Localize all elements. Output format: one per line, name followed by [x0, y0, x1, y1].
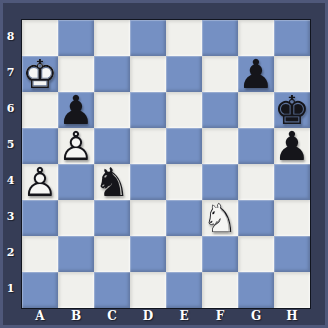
square-g4[interactable]	[238, 164, 274, 200]
rank-label-5: 5	[2, 127, 19, 163]
square-d3[interactable]	[130, 200, 166, 236]
square-c1[interactable]	[94, 272, 130, 308]
file-label-e: E	[166, 309, 202, 323]
file-label-c: C	[94, 309, 130, 323]
square-d7[interactable]	[130, 56, 166, 92]
black-pawn[interactable]: ♟	[238, 56, 274, 92]
square-e2[interactable]	[166, 236, 202, 272]
square-g7[interactable]: ♟	[238, 56, 274, 92]
square-f6[interactable]	[202, 92, 238, 128]
square-d1[interactable]	[130, 272, 166, 308]
square-g3[interactable]	[238, 200, 274, 236]
square-a3[interactable]	[22, 200, 58, 236]
square-a4[interactable]: ♟♙	[22, 164, 58, 200]
square-c3[interactable]	[94, 200, 130, 236]
black-knight-glyph: ♞	[94, 164, 130, 200]
square-b4[interactable]	[58, 164, 94, 200]
black-knight[interactable]: ♞	[94, 164, 130, 200]
white-pawn[interactable]: ♟♙	[22, 164, 58, 200]
square-e7[interactable]	[166, 56, 202, 92]
square-a6[interactable]	[22, 92, 58, 128]
square-f5[interactable]	[202, 128, 238, 164]
square-g1[interactable]	[238, 272, 274, 308]
file-label-b: B	[58, 309, 94, 323]
white-pawn-outline-glyph: ♙	[22, 164, 58, 200]
file-label-d: D	[130, 309, 166, 323]
square-h3[interactable]	[274, 200, 310, 236]
square-g2[interactable]	[238, 236, 274, 272]
file-label-g: G	[238, 309, 274, 323]
square-b2[interactable]	[58, 236, 94, 272]
square-b3[interactable]	[58, 200, 94, 236]
square-g6[interactable]	[238, 92, 274, 128]
square-e3[interactable]	[166, 200, 202, 236]
square-d6[interactable]	[130, 92, 166, 128]
white-king-outline-glyph: ♔	[22, 56, 58, 92]
square-d4[interactable]	[130, 164, 166, 200]
chess-board-frame: 87654321 ♚♔♟♟♚♟♙♟♟♙♞♞♘ ABCDEFGH	[0, 0, 328, 328]
square-c8[interactable]	[94, 20, 130, 56]
rank-label-8: 8	[2, 19, 19, 55]
square-h1[interactable]	[274, 272, 310, 308]
white-knight-outline-glyph: ♘	[202, 200, 238, 236]
square-f8[interactable]	[202, 20, 238, 56]
square-h8[interactable]	[274, 20, 310, 56]
rank-label-1: 1	[2, 271, 19, 307]
rank-label-6: 6	[2, 91, 19, 127]
square-d2[interactable]	[130, 236, 166, 272]
file-label-h: H	[274, 309, 310, 323]
square-b1[interactable]	[58, 272, 94, 308]
square-h2[interactable]	[274, 236, 310, 272]
square-f7[interactable]	[202, 56, 238, 92]
square-a1[interactable]	[22, 272, 58, 308]
square-b5[interactable]: ♟♙	[58, 128, 94, 164]
square-e1[interactable]	[166, 272, 202, 308]
white-knight[interactable]: ♞♘	[202, 200, 238, 236]
square-e4[interactable]	[166, 164, 202, 200]
white-king[interactable]: ♚♔	[22, 56, 58, 92]
board: ♚♔♟♟♚♟♙♟♟♙♞♞♘	[22, 20, 310, 308]
square-d5[interactable]	[130, 128, 166, 164]
square-d8[interactable]	[130, 20, 166, 56]
square-f3[interactable]: ♞♘	[202, 200, 238, 236]
white-pawn-outline-glyph: ♙	[58, 128, 94, 164]
square-e6[interactable]	[166, 92, 202, 128]
file-label-a: A	[22, 309, 58, 323]
square-a7[interactable]: ♚♔	[22, 56, 58, 92]
black-pawn-glyph: ♟	[238, 56, 274, 92]
rank-label-3: 3	[2, 199, 19, 235]
square-g5[interactable]	[238, 128, 274, 164]
square-h4[interactable]	[274, 164, 310, 200]
rank-label-7: 7	[2, 55, 19, 91]
square-f1[interactable]	[202, 272, 238, 308]
square-c6[interactable]	[94, 92, 130, 128]
file-label-f: F	[202, 309, 238, 323]
square-e5[interactable]	[166, 128, 202, 164]
board-wrap: ♚♔♟♟♚♟♙♟♟♙♞♞♘	[21, 19, 311, 309]
black-pawn[interactable]: ♟	[274, 128, 310, 164]
square-e8[interactable]	[166, 20, 202, 56]
square-c7[interactable]	[94, 56, 130, 92]
square-a2[interactable]	[22, 236, 58, 272]
square-f2[interactable]	[202, 236, 238, 272]
square-c2[interactable]	[94, 236, 130, 272]
square-b8[interactable]	[58, 20, 94, 56]
white-pawn[interactable]: ♟♙	[58, 128, 94, 164]
square-c4[interactable]: ♞	[94, 164, 130, 200]
rank-label-4: 4	[2, 163, 19, 199]
rank-label-2: 2	[2, 235, 19, 271]
square-h5[interactable]: ♟	[274, 128, 310, 164]
black-pawn-glyph: ♟	[274, 128, 310, 164]
